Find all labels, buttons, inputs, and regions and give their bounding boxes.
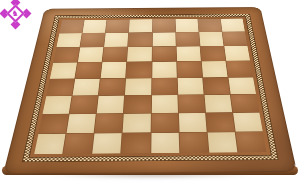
square-c5 — [101, 62, 127, 78]
square-b7 — [80, 33, 105, 47]
vendor-logo: ♞ — [2, 0, 30, 28]
square-c1 — [92, 133, 121, 153]
square-d4 — [125, 78, 151, 95]
square-h3 — [231, 94, 260, 112]
knight-icon: ♞ — [12, 9, 19, 17]
marquetry-inlay-border — [22, 14, 279, 162]
square-e6 — [152, 47, 176, 62]
square-d3 — [124, 95, 151, 113]
square-e1 — [151, 133, 179, 153]
square-h4 — [228, 77, 256, 94]
square-g3 — [204, 94, 232, 112]
square-b4 — [73, 79, 100, 96]
square-a8 — [59, 20, 84, 33]
square-c6 — [103, 47, 128, 62]
square-g1 — [207, 132, 237, 152]
square-e4 — [152, 78, 177, 95]
square-f3 — [178, 95, 205, 113]
square-f7 — [176, 32, 200, 46]
square-a5 — [50, 63, 77, 79]
logo-diamond-center: ♞ — [6, 4, 24, 22]
square-h2 — [233, 112, 263, 131]
square-a1 — [34, 134, 65, 154]
square-c4 — [99, 78, 125, 95]
square-e2 — [151, 113, 178, 132]
inner-wood-frame — [29, 16, 272, 157]
square-h8 — [221, 19, 245, 32]
square-d8 — [129, 19, 152, 32]
product-photo: ♞ — [0, 0, 300, 183]
square-g7 — [199, 32, 223, 46]
board-grid — [34, 19, 266, 155]
chess-board — [3, 7, 297, 174]
square-g4 — [203, 77, 230, 94]
square-h6 — [224, 46, 250, 61]
square-c8 — [106, 20, 129, 33]
square-b8 — [83, 20, 107, 33]
square-c3 — [97, 95, 124, 113]
square-d6 — [127, 47, 151, 62]
square-h5 — [226, 61, 253, 77]
square-b2 — [67, 114, 96, 133]
square-b3 — [70, 96, 98, 114]
square-f4 — [177, 78, 203, 95]
square-e3 — [151, 95, 177, 113]
square-g6 — [200, 46, 225, 61]
square-f1 — [179, 132, 208, 152]
square-d5 — [126, 62, 151, 78]
square-e7 — [152, 33, 175, 47]
square-a7 — [56, 33, 81, 47]
square-f5 — [177, 62, 202, 78]
square-b5 — [75, 62, 101, 78]
square-d1 — [122, 133, 151, 153]
square-e5 — [152, 62, 177, 78]
square-a2 — [39, 114, 69, 133]
square-g5 — [202, 61, 228, 77]
square-f8 — [175, 19, 198, 32]
square-c2 — [95, 114, 123, 133]
square-e8 — [152, 19, 175, 32]
square-f2 — [179, 113, 207, 132]
square-a6 — [53, 48, 79, 63]
square-g2 — [206, 113, 235, 132]
square-b1 — [63, 133, 93, 153]
square-a3 — [43, 96, 72, 114]
square-h7 — [222, 32, 247, 46]
square-d7 — [128, 33, 151, 47]
square-b6 — [78, 47, 104, 62]
square-f6 — [176, 47, 200, 62]
square-g8 — [198, 19, 222, 32]
square-c7 — [104, 33, 128, 47]
square-d2 — [123, 113, 151, 132]
square-h1 — [236, 132, 267, 152]
board-outer-border — [3, 7, 297, 174]
square-a4 — [46, 79, 74, 96]
